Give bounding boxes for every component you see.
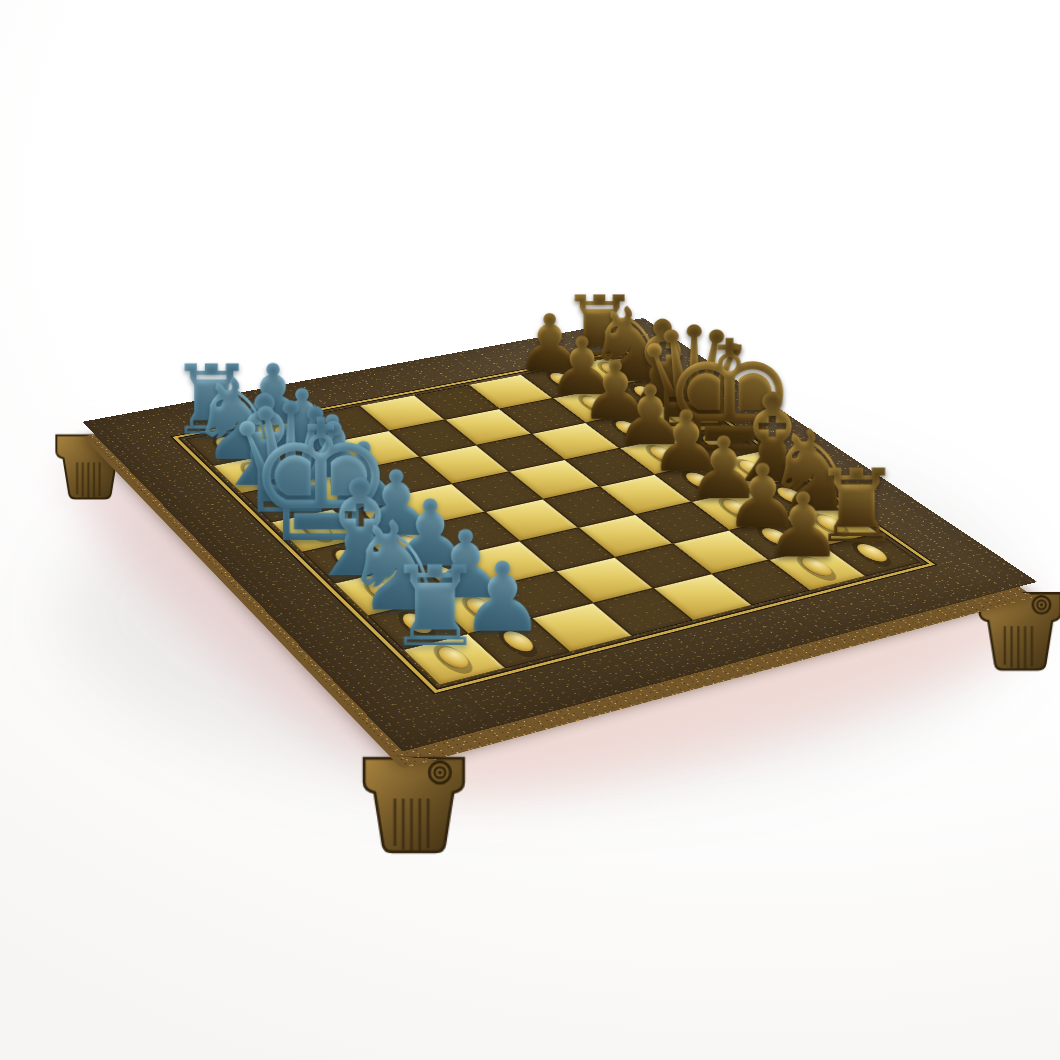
board-field: ♜♞♝♛♚♝♞♜♟♟♟♟♟♟♟♟♟♟♟♟♟♟♟♟♜♞♝♛♚♝♞♜: [185, 355, 920, 685]
piece-black-pawn: ♟: [730, 480, 876, 570]
board-foot-front: [357, 754, 471, 887]
product-photo: ♜♞♝♛♚♝♞♜♟♟♟♟♟♟♟♟♟♟♟♟♟♟♟♟♜♞♝♛♚♝♞♜: [0, 0, 1060, 1060]
piece-white-rook: ♜: [356, 551, 514, 662]
board-surface: ♜♞♝♛♚♝♞♜♟♟♟♟♟♟♟♟♟♟♟♟♟♟♟♟♜♞♝♛♚♝♞♜: [82, 318, 1037, 752]
